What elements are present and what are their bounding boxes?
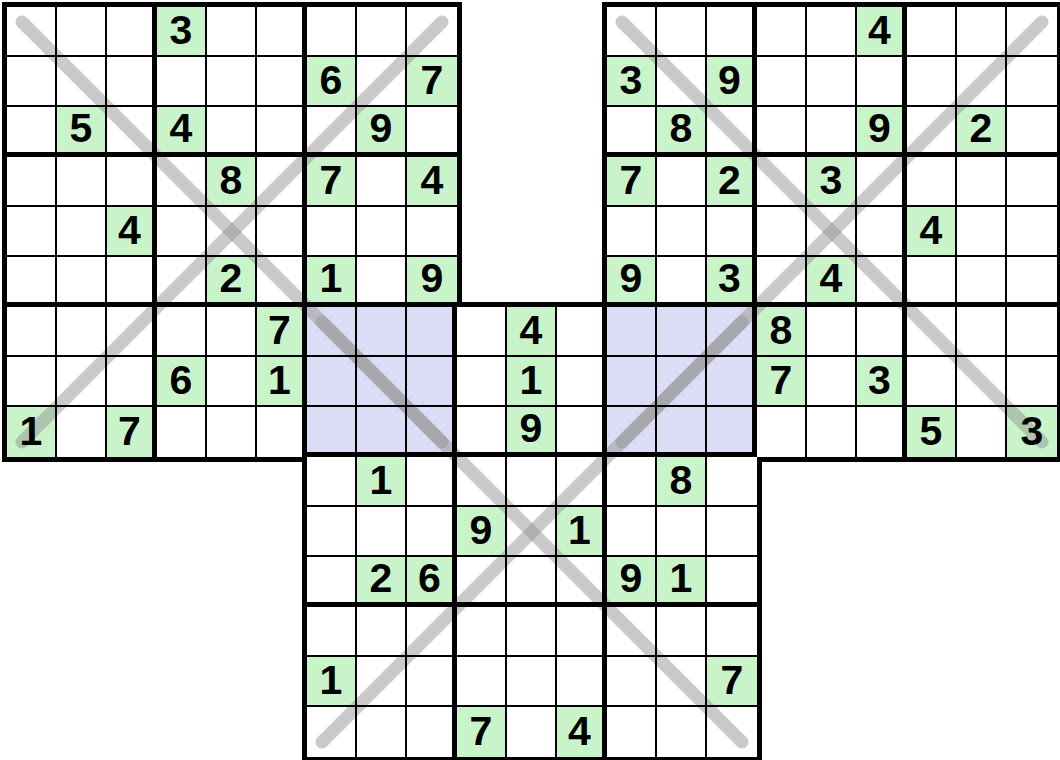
cell-top-left-r1c9[interactable] [407,7,457,57]
cell-bottom-r3c6[interactable] [557,407,607,457]
cell-top-right-r5c7: 4 [907,207,957,257]
cell-top-right-r4c5: 3 [807,157,857,207]
cell-top-right-r5c4[interactable] [757,207,807,257]
cell-bottom-r4c6[interactable] [557,457,607,507]
cell-bottom-r2c7[interactable] [607,357,657,407]
cell-bottom-r1c7[interactable] [607,307,657,357]
cell-bottom-r4c8: 8 [657,457,707,507]
cell-top-right-r8c5[interactable] [807,357,857,407]
given-digit: 1 [320,660,343,701]
given-digit: 3 [718,258,741,299]
cell-top-left-r6c1[interactable] [7,257,57,307]
cell-top-left-r4c3[interactable] [107,157,157,207]
given-digit: 1 [20,411,43,452]
cell-bottom-r5c5[interactable] [507,507,557,557]
cell-bottom-r2c8[interactable] [657,357,707,407]
cell-top-left-r7c4[interactable] [157,307,207,357]
cell-bottom-r2c5: 1 [507,357,557,407]
cell-top-right-r2c6[interactable] [857,57,907,107]
cell-bottom-r6c2: 2 [357,557,407,607]
cell-top-left-r3c9[interactable] [407,107,457,157]
cell-top-right-r7c7[interactable] [907,307,957,357]
cell-top-left-r1c5[interactable] [207,7,257,57]
given-digit: 6 [418,558,441,599]
given-digit: 9 [718,60,741,101]
cell-top-right-r1c4[interactable] [757,7,807,57]
given-digit: 6 [320,60,343,101]
cell-top-right-r4c8[interactable] [957,157,1007,207]
cell-bottom-r8c8[interactable] [657,657,707,707]
given-digit: 9 [620,558,643,599]
cell-top-right-r7c4: 8 [757,307,807,357]
cell-bottom-r7c3[interactable] [407,607,457,657]
cell-top-right-r3c8: 2 [957,107,1007,157]
cell-bottom-r4c2: 1 [357,457,407,507]
cell-bottom-r1c5: 4 [507,307,557,357]
cell-top-left-r8c4: 6 [157,357,207,407]
cell-top-right-r2c4[interactable] [757,57,807,107]
cell-top-left-r6c6[interactable] [257,257,307,307]
given-digit: 4 [421,160,444,201]
given-digit: 9 [470,510,493,551]
given-digit: 9 [520,408,543,449]
given-digit: 1 [520,360,543,401]
cell-top-left-r5c7[interactable] [307,207,357,257]
cell-bottom-r6c6[interactable] [557,557,607,607]
cell-top-right-r7c6[interactable] [857,307,907,357]
given-digit: 8 [670,108,693,149]
cell-bottom-r5c1[interactable] [307,507,357,557]
cell-top-right-r8c4: 7 [757,357,807,407]
cell-top-left-r2c1[interactable] [7,57,57,107]
samurai-sudoku-board: 367549874421976117 439892723493487353 41… [0,0,1060,760]
given-digit: 5 [920,411,943,452]
cell-top-left-r3c7[interactable] [307,107,357,157]
cell-top-left-r5c4[interactable] [157,207,207,257]
given-digit: 1 [370,460,393,501]
cell-bottom-r2c3[interactable] [407,357,457,407]
cell-top-left-r6c8[interactable] [357,257,407,307]
cell-top-right-r2c1: 3 [607,57,657,107]
cell-bottom-r4c7[interactable] [607,457,657,507]
cell-top-right-r5c9[interactable] [1007,207,1057,257]
cell-top-left-r2c2[interactable] [57,57,107,107]
cell-top-left-r4c5: 8 [207,157,257,207]
cell-top-right-r2c5[interactable] [807,57,857,107]
cell-bottom-r9c8[interactable] [657,707,707,757]
cell-bottom-r6c5[interactable] [507,557,557,607]
given-digit: 8 [220,160,243,201]
cell-top-right-r6c4[interactable] [757,257,807,307]
cell-bottom-r8c7[interactable] [607,657,657,707]
given-digit: 1 [320,258,343,299]
cell-top-left-r7c5[interactable] [207,307,257,357]
cell-top-right-r5c2[interactable] [657,207,707,257]
cell-bottom-r9c6: 4 [557,707,607,757]
grid-bottom: 419189126911774 [302,302,762,760]
cell-top-left-r5c5[interactable] [207,207,257,257]
cell-top-right-r5c6[interactable] [857,207,907,257]
cell-bottom-r1c8[interactable] [657,307,707,357]
cell-top-right-r9c9: 3 [1007,407,1057,457]
given-digit: 9 [868,108,891,149]
cell-bottom-r2c1[interactable] [307,357,357,407]
cell-bottom-r3c9[interactable] [707,407,757,457]
cell-top-right-r4c9[interactable] [1007,157,1057,207]
cell-top-right-r4c1: 7 [607,157,657,207]
cell-bottom-r3c7[interactable] [607,407,657,457]
given-digit: 2 [718,160,741,201]
cell-bottom-r9c3[interactable] [407,707,457,757]
cell-top-right-r2c7[interactable] [907,57,957,107]
cell-top-left-r2c5[interactable] [207,57,257,107]
cell-top-left-r2c3[interactable] [107,57,157,107]
cell-top-right-r3c2: 8 [657,107,707,157]
cell-top-right-r7c5[interactable] [807,307,857,357]
cell-top-left-r6c9: 9 [407,257,457,307]
cell-top-right-r6c5: 4 [807,257,857,307]
given-digit: 7 [721,660,744,701]
cell-top-right-r5c3[interactable] [707,207,757,257]
cell-bottom-r4c4[interactable] [457,457,507,507]
cell-top-left-r3c3[interactable] [107,107,157,157]
cell-top-right-r7c9[interactable] [1007,307,1057,357]
cell-bottom-r8c3[interactable] [407,657,457,707]
cell-top-right-r1c6: 4 [857,7,907,57]
given-digit: 1 [568,510,591,551]
cell-top-right-r3c3[interactable] [707,107,757,157]
cell-top-left-r8c6: 1 [257,357,307,407]
cell-top-left-r1c6[interactable] [257,7,307,57]
cell-top-left-r3c1[interactable] [7,107,57,157]
cell-bottom-r5c2[interactable] [357,507,407,557]
cell-top-left-r2c4[interactable] [157,57,207,107]
given-digit: 9 [421,258,444,299]
given-digit: 3 [820,160,843,201]
cell-top-right-r6c9[interactable] [1007,257,1057,307]
cell-bottom-r8c4[interactable] [457,657,507,707]
cell-top-right-r2c8[interactable] [957,57,1007,107]
cell-top-right-r3c9[interactable] [1007,107,1057,157]
cell-top-left-r4c7: 7 [307,157,357,207]
cell-top-right-r8c7[interactable] [907,357,957,407]
cell-bottom-r9c7[interactable] [607,707,657,757]
cell-bottom-r4c9[interactable] [707,457,757,507]
cell-top-left-r3c6[interactable] [257,107,307,157]
cell-top-right-r4c7[interactable] [907,157,957,207]
cell-bottom-r9c5[interactable] [507,707,557,757]
cell-top-right-r5c5[interactable] [807,207,857,257]
cell-bottom-r7c9[interactable] [707,607,757,657]
cell-top-right-r3c6: 9 [857,107,907,157]
given-digit: 8 [670,460,693,501]
cell-top-right-r9c8[interactable] [957,407,1007,457]
given-digit: 7 [770,360,793,401]
given-digit: 1 [670,558,693,599]
cell-top-left-r4c6[interactable] [257,157,307,207]
cell-top-right-r9c5[interactable] [807,407,857,457]
cell-bottom-r7c6[interactable] [557,607,607,657]
cell-bottom-r6c1[interactable] [307,557,357,607]
given-digit: 7 [620,160,643,201]
cell-grid-layer: 419189126911774 [307,307,757,757]
cell-top-left-r9c6[interactable] [257,407,307,457]
cell-bottom-r7c5[interactable] [507,607,557,657]
given-digit: 3 [170,10,193,51]
cell-top-left-r8c1[interactable] [7,357,57,407]
cell-top-left-r9c1: 1 [7,407,57,457]
cell-bottom-r5c8[interactable] [657,507,707,557]
cell-top-left-r3c4: 4 [157,107,207,157]
given-digit: 3 [620,60,643,101]
cell-bottom-r8c5[interactable] [507,657,557,707]
cell-bottom-r8c1: 1 [307,657,357,707]
given-digit: 9 [620,258,643,299]
given-digit: 5 [70,108,93,149]
cell-top-left-r5c1[interactable] [7,207,57,257]
given-digit: 2 [220,258,243,299]
cell-top-right-r5c8[interactable] [957,207,1007,257]
cell-top-right-r2c3: 9 [707,57,757,107]
cell-top-left-r1c8[interactable] [357,7,407,57]
cell-top-left-r7c1[interactable] [7,307,57,357]
cell-top-left-r9c4[interactable] [157,407,207,457]
cell-top-right-r3c4[interactable] [757,107,807,157]
cell-top-right-r1c2[interactable] [657,7,707,57]
cell-top-left-r6c3[interactable] [107,257,157,307]
cell-bottom-r1c2[interactable] [357,307,407,357]
cell-bottom-r5c4: 9 [457,507,507,557]
cell-top-left-r3c5[interactable] [207,107,257,157]
cell-bottom-r8c6[interactable] [557,657,607,707]
given-digit: 9 [370,108,393,149]
given-digit: 3 [1021,411,1044,452]
cell-top-left-r5c6[interactable] [257,207,307,257]
cell-top-right-r1c7[interactable] [907,7,957,57]
cell-top-right-r4c2[interactable] [657,157,707,207]
cell-bottom-r3c4[interactable] [457,407,507,457]
cell-top-left-r8c2[interactable] [57,357,107,407]
cell-bottom-r2c2[interactable] [357,357,407,407]
cell-top-left-r2c8[interactable] [357,57,407,107]
cell-bottom-r3c8[interactable] [657,407,707,457]
cell-bottom-r1c3[interactable] [407,307,457,357]
given-digit: 3 [868,360,891,401]
cell-top-left-r7c3[interactable] [107,307,157,357]
cell-top-right-r3c7[interactable] [907,107,957,157]
cell-top-left-r2c7: 6 [307,57,357,107]
cell-top-left-r9c5[interactable] [207,407,257,457]
cell-top-right-r9c4[interactable] [757,407,807,457]
given-digit: 2 [970,108,993,149]
given-digit: 4 [520,310,543,351]
cell-bottom-r3c5: 9 [507,407,557,457]
cell-bottom-r9c1[interactable] [307,707,357,757]
cell-top-left-r3c8: 9 [357,107,407,157]
cell-top-right-r3c1[interactable] [607,107,657,157]
cell-top-left-r4c1[interactable] [7,157,57,207]
cell-top-right-r5c1[interactable] [607,207,657,257]
cell-bottom-r3c3[interactable] [407,407,457,457]
cell-top-left-r5c9[interactable] [407,207,457,257]
given-digit: 4 [118,210,141,251]
given-digit: 4 [568,711,591,752]
cell-bottom-r4c3[interactable] [407,457,457,507]
given-digit: 7 [320,160,343,201]
cell-bottom-r6c3: 6 [407,557,457,607]
cell-bottom-r7c7[interactable] [607,607,657,657]
cell-top-left-r1c2[interactable] [57,7,107,57]
cell-top-left-r2c6[interactable] [257,57,307,107]
cell-bottom-r8c2[interactable] [357,657,407,707]
given-digit: 7 [268,310,291,351]
cell-top-left-r7c2[interactable] [57,307,107,357]
cell-bottom-r1c1[interactable] [307,307,357,357]
given-digit: 7 [421,60,444,101]
cell-top-left-r5c2[interactable] [57,207,107,257]
cell-top-right-r2c9[interactable] [1007,57,1057,107]
cell-top-left-r8c5[interactable] [207,357,257,407]
cell-top-right-r1c8[interactable] [957,7,1007,57]
cell-bottom-r1c9[interactable] [707,307,757,357]
cell-top-right-r2c2[interactable] [657,57,707,107]
given-digit: 6 [170,360,193,401]
cell-bottom-r2c9[interactable] [707,357,757,407]
cell-top-right-r1c5[interactable] [807,7,857,57]
cell-top-left-r1c3[interactable] [107,7,157,57]
cell-top-left-r1c4: 3 [157,7,207,57]
cell-top-left-r6c2[interactable] [57,257,107,307]
cell-top-left-r8c3[interactable] [107,357,157,407]
cell-top-right-r8c9[interactable] [1007,357,1057,407]
cell-bottom-r9c4: 7 [457,707,507,757]
cell-top-left-r6c7: 1 [307,257,357,307]
cell-top-right-r6c1: 9 [607,257,657,307]
cell-top-right-r4c4[interactable] [757,157,807,207]
cell-top-right-r4c3: 2 [707,157,757,207]
cell-top-right-r3c5[interactable] [807,107,857,157]
given-digit: 4 [820,258,843,299]
cell-bottom-r5c3[interactable] [407,507,457,557]
given-digit: 4 [920,210,943,251]
cell-bottom-r7c2[interactable] [357,607,407,657]
cell-bottom-r2c4[interactable] [457,357,507,407]
cell-top-left-r5c3: 4 [107,207,157,257]
cell-bottom-r7c8[interactable] [657,607,707,657]
cell-bottom-r7c4[interactable] [457,607,507,657]
cell-top-left-r9c2[interactable] [57,407,107,457]
cell-top-left-r6c4[interactable] [157,257,207,307]
cell-top-right-r1c9[interactable] [1007,7,1057,57]
cell-bottom-r5c9[interactable] [707,507,757,557]
given-digit: 2 [370,558,393,599]
cell-bottom-r4c1[interactable] [307,457,357,507]
cell-top-right-r6c7[interactable] [907,257,957,307]
cell-top-left-r1c1[interactable] [7,7,57,57]
cell-top-right-r6c3: 3 [707,257,757,307]
cell-bottom-r2c6[interactable] [557,357,607,407]
cell-top-right-r6c6[interactable] [857,257,907,307]
cell-top-right-r9c6[interactable] [857,407,907,457]
cell-bottom-r6c7: 9 [607,557,657,607]
cell-top-right-r6c2[interactable] [657,257,707,307]
cell-top-left-r2c9: 7 [407,57,457,107]
cell-top-right-r8c8[interactable] [957,357,1007,407]
cell-top-left-r1c7[interactable] [307,7,357,57]
cell-top-right-r9c7: 5 [907,407,957,457]
cell-top-left-r4c9: 4 [407,157,457,207]
cell-bottom-r1c6[interactable] [557,307,607,357]
cell-top-left-r4c2[interactable] [57,157,107,207]
cell-bottom-r8c9: 7 [707,657,757,707]
cell-bottom-r6c4[interactable] [457,557,507,607]
cell-bottom-r5c6: 1 [557,507,607,557]
cell-top-left-r4c4[interactable] [157,157,207,207]
cell-bottom-r3c2[interactable] [357,407,407,457]
cell-bottom-r6c8: 1 [657,557,707,607]
given-digit: 4 [868,10,891,51]
cell-top-right-r8c6: 3 [857,357,907,407]
cell-bottom-r7c1[interactable] [307,607,357,657]
cell-top-right-r4c6[interactable] [857,157,907,207]
cell-bottom-r6c9[interactable] [707,557,757,607]
given-digit: 7 [470,711,493,752]
cell-top-right-r6c8[interactable] [957,257,1007,307]
cell-bottom-r3c1[interactable] [307,407,357,457]
cell-bottom-r9c2[interactable] [357,707,407,757]
cell-top-left-r3c2: 5 [57,107,107,157]
cell-top-left-r9c3: 7 [107,407,157,457]
cell-top-right-r1c1[interactable] [607,7,657,57]
given-digit: 1 [268,360,291,401]
cell-bottom-r5c7[interactable] [607,507,657,557]
cell-top-left-r4c8[interactable] [357,157,407,207]
given-digit: 7 [118,411,141,452]
cell-top-left-r6c5: 2 [207,257,257,307]
cell-bottom-r9c9[interactable] [707,707,757,757]
cell-bottom-r4c5[interactable] [507,457,557,507]
cell-top-left-r5c8[interactable] [357,207,407,257]
given-digit: 8 [770,310,793,351]
given-digit: 4 [170,108,193,149]
cell-top-right-r7c8[interactable] [957,307,1007,357]
cell-top-right-r1c3[interactable] [707,7,757,57]
cell-bottom-r1c4[interactable] [457,307,507,357]
cell-top-left-r7c6: 7 [257,307,307,357]
